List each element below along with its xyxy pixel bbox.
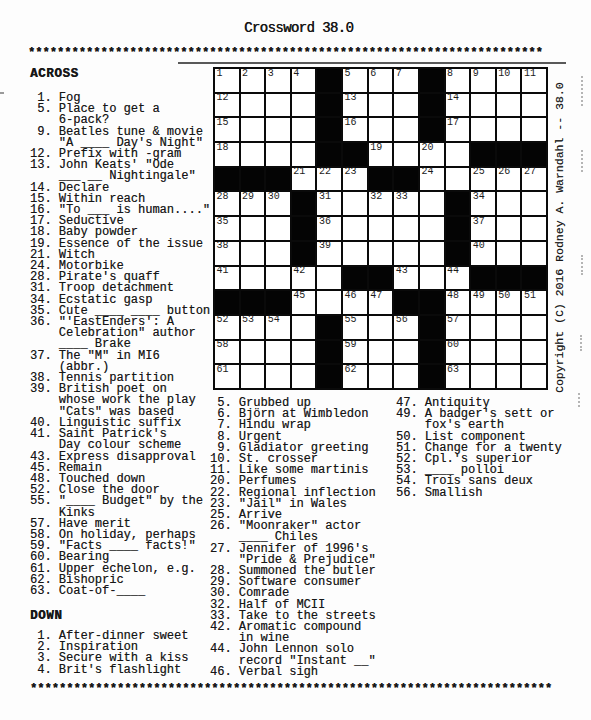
cell-number: 23 <box>345 167 357 177</box>
cell-number: 60 <box>447 340 459 350</box>
white-cell: 56 <box>394 316 418 339</box>
cell-number: 58 <box>217 340 229 350</box>
cell-number: 42 <box>293 266 305 276</box>
white-cell <box>266 242 290 265</box>
scan-artifact <box>581 255 583 275</box>
cell-number: 32 <box>370 192 382 202</box>
cell-number: 45 <box>293 291 305 301</box>
white-cell <box>394 217 418 240</box>
white-cell: 10 <box>497 69 521 92</box>
white-cell <box>497 316 521 339</box>
cell-number: 6 <box>370 69 376 79</box>
cell-number: 2 <box>242 69 248 79</box>
black-cell <box>266 168 290 191</box>
black-cell <box>215 291 239 314</box>
cell-number: 61 <box>217 365 229 375</box>
white-cell: 37 <box>471 217 495 240</box>
black-cell <box>522 143 546 166</box>
white-cell <box>420 242 444 265</box>
white-cell: 46 <box>343 291 367 314</box>
white-cell <box>241 341 265 364</box>
black-cell <box>343 143 367 166</box>
black-cell <box>446 192 470 215</box>
black-cell <box>317 316 341 339</box>
white-cell <box>522 341 546 364</box>
black-cell <box>369 168 393 191</box>
cell-number: 56 <box>396 315 408 325</box>
cell-number: 53 <box>242 315 254 325</box>
black-cell <box>420 316 444 339</box>
black-cell <box>522 267 546 290</box>
white-cell <box>522 118 546 141</box>
white-cell: 19 <box>369 143 393 166</box>
white-cell: 54 <box>266 316 290 339</box>
clue-line: 4. Brit's flashlight <box>30 665 188 676</box>
black-cell <box>317 143 341 166</box>
white-cell <box>241 267 265 290</box>
white-cell <box>266 341 290 364</box>
white-cell: 57 <box>446 316 470 339</box>
white-cell <box>522 316 546 339</box>
white-cell: 59 <box>343 341 367 364</box>
cell-number: 21 <box>293 167 305 177</box>
white-cell <box>394 365 418 388</box>
cell-number: 19 <box>370 143 382 153</box>
cell-number: 25 <box>473 167 485 177</box>
cell-number: 26 <box>498 167 510 177</box>
white-cell: 1 <box>215 69 239 92</box>
white-cell: 34 <box>471 192 495 215</box>
white-cell: 30 <box>266 192 290 215</box>
white-cell: 29 <box>241 192 265 215</box>
white-cell: 62 <box>343 365 367 388</box>
white-cell <box>317 291 341 314</box>
cell-number: 63 <box>447 365 459 375</box>
white-cell <box>241 217 265 240</box>
white-cell: 14 <box>446 94 470 117</box>
cell-number: 28 <box>217 192 229 202</box>
white-cell: 60 <box>446 341 470 364</box>
white-cell: 16 <box>343 118 367 141</box>
white-cell <box>369 242 393 265</box>
white-cell: 8 <box>446 69 470 92</box>
cell-number: 36 <box>319 217 331 227</box>
clue-line: 63. Coat-of-____ <box>30 586 210 597</box>
cell-number: 7 <box>396 69 402 79</box>
white-cell: 2 <box>241 69 265 92</box>
cell-number: 15 <box>217 118 229 128</box>
black-cell <box>292 217 316 240</box>
black-cell <box>317 94 341 117</box>
white-cell: 43 <box>394 267 418 290</box>
white-cell <box>471 341 495 364</box>
cell-number: 27 <box>524 167 536 177</box>
white-cell <box>497 365 521 388</box>
white-cell: 11 <box>522 69 546 92</box>
cell-number: 48 <box>447 291 459 301</box>
cell-number: 16 <box>345 118 357 128</box>
scan-artifact <box>580 335 582 351</box>
top-asterisk-rule: ****************************************… <box>28 46 543 60</box>
white-cell <box>394 341 418 364</box>
cell-number: 10 <box>498 69 510 79</box>
black-cell <box>497 143 521 166</box>
white-cell <box>497 118 521 141</box>
white-cell: 39 <box>317 242 341 265</box>
black-cell <box>420 365 444 388</box>
white-cell: 22 <box>317 168 341 191</box>
cell-number: 31 <box>319 192 331 202</box>
cell-number: 33 <box>396 192 408 202</box>
white-cell: 17 <box>446 118 470 141</box>
white-cell <box>497 192 521 215</box>
white-cell: 24 <box>420 168 444 191</box>
cell-number: 38 <box>217 241 229 251</box>
white-cell: 45 <box>292 291 316 314</box>
white-cell <box>369 217 393 240</box>
white-cell <box>420 267 444 290</box>
cell-number: 47 <box>370 291 382 301</box>
black-cell <box>369 267 393 290</box>
white-cell <box>369 365 393 388</box>
white-cell <box>266 143 290 166</box>
black-cell <box>317 365 341 388</box>
white-cell: 41 <box>215 267 239 290</box>
white-cell <box>241 118 265 141</box>
white-cell: 5 <box>343 69 367 92</box>
white-cell <box>241 143 265 166</box>
cell-number: 12 <box>217 93 229 103</box>
down-heading: DOWN <box>30 609 62 623</box>
white-cell: 13 <box>343 94 367 117</box>
cell-number: 40 <box>473 241 485 251</box>
white-cell <box>241 94 265 117</box>
white-cell: 6 <box>369 69 393 92</box>
white-cell <box>471 365 495 388</box>
crossword-grid: 1234567891011121314151617181920212223242… <box>213 67 548 390</box>
white-cell: 44 <box>446 267 470 290</box>
black-cell <box>317 118 341 141</box>
cell-number: 46 <box>345 291 357 301</box>
cell-number: 51 <box>524 291 536 301</box>
white-cell <box>522 217 546 240</box>
white-cell <box>522 365 546 388</box>
cell-number: 54 <box>268 315 280 325</box>
black-cell <box>420 69 444 92</box>
white-cell <box>266 118 290 141</box>
black-cell <box>471 267 495 290</box>
white-cell: 48 <box>446 291 470 314</box>
white-cell: 23 <box>343 168 367 191</box>
black-cell <box>394 291 418 314</box>
black-cell <box>420 118 444 141</box>
white-cell: 47 <box>369 291 393 314</box>
white-cell: 3 <box>266 69 290 92</box>
white-cell <box>522 94 546 117</box>
white-cell <box>343 192 367 215</box>
black-cell <box>292 192 316 215</box>
white-cell: 55 <box>343 316 367 339</box>
black-cell <box>420 341 444 364</box>
cell-number: 59 <box>345 340 357 350</box>
white-cell: 7 <box>394 69 418 92</box>
white-cell <box>266 94 290 117</box>
cell-number: 24 <box>421 167 433 177</box>
cell-number: 5 <box>345 69 351 79</box>
white-cell <box>292 118 316 141</box>
white-cell <box>446 143 470 166</box>
black-cell <box>446 217 470 240</box>
white-cell <box>522 192 546 215</box>
cell-number: 17 <box>447 118 459 128</box>
white-cell <box>317 267 341 290</box>
white-cell: 61 <box>215 365 239 388</box>
cell-number: 52 <box>217 315 229 325</box>
white-cell: 53 <box>241 316 265 339</box>
black-cell <box>215 168 239 191</box>
white-cell <box>420 217 444 240</box>
white-cell <box>266 217 290 240</box>
white-cell <box>266 267 290 290</box>
white-cell: 21 <box>292 168 316 191</box>
white-cell <box>446 168 470 191</box>
white-cell <box>241 365 265 388</box>
black-cell <box>420 94 444 117</box>
white-cell: 20 <box>420 143 444 166</box>
cell-number: 3 <box>268 69 274 79</box>
cell-number: 11 <box>524 69 536 79</box>
white-cell <box>292 94 316 117</box>
white-cell: 63 <box>446 365 470 388</box>
black-cell <box>471 143 495 166</box>
down-clue-list-middle: 5. Grubbed up 6. Björn at Wimbledon 7. H… <box>210 398 376 678</box>
white-cell <box>369 94 393 117</box>
cell-number: 41 <box>217 266 229 276</box>
white-cell: 12 <box>215 94 239 117</box>
black-cell <box>241 291 265 314</box>
cell-number: 49 <box>473 291 485 301</box>
cell-number: 37 <box>473 217 485 227</box>
cell-number: 30 <box>268 192 280 202</box>
white-cell <box>497 341 521 364</box>
white-cell: 26 <box>497 168 521 191</box>
white-cell: 25 <box>471 168 495 191</box>
white-cell <box>343 242 367 265</box>
cell-number: 4 <box>293 69 299 79</box>
scan-artifact <box>581 150 583 172</box>
white-cell: 40 <box>471 242 495 265</box>
white-cell <box>497 217 521 240</box>
clue-line: 56. Smallish <box>396 488 562 499</box>
cell-number: 8 <box>447 69 453 79</box>
white-cell <box>369 341 393 364</box>
white-cell <box>394 242 418 265</box>
across-clue-list: 1. Fog 5. Place to get a 6-pack? 9. Beat… <box>30 93 210 597</box>
white-cell <box>266 365 290 388</box>
black-cell <box>343 267 367 290</box>
white-cell <box>471 316 495 339</box>
white-cell <box>369 118 393 141</box>
cell-number: 29 <box>242 192 254 202</box>
white-cell <box>471 118 495 141</box>
cell-number: 44 <box>447 266 459 276</box>
cell-number: 34 <box>473 192 485 202</box>
cell-number: 43 <box>396 266 408 276</box>
black-cell <box>292 242 316 265</box>
black-cell <box>420 291 444 314</box>
white-cell: 38 <box>215 242 239 265</box>
black-cell <box>317 69 341 92</box>
white-cell <box>497 94 521 117</box>
copyright-text: Copyright (C) 2016 Rodney A. Warndahl --… <box>553 69 567 393</box>
black-cell <box>241 168 265 191</box>
white-cell: 32 <box>369 192 393 215</box>
white-cell: 35 <box>215 217 239 240</box>
white-cell: 27 <box>522 168 546 191</box>
white-cell: 31 <box>317 192 341 215</box>
white-cell: 49 <box>471 291 495 314</box>
cell-number: 62 <box>345 365 357 375</box>
white-cell: 50 <box>497 291 521 314</box>
cell-number: 50 <box>498 291 510 301</box>
cell-number: 13 <box>345 93 357 103</box>
black-cell <box>497 267 521 290</box>
black-cell <box>266 291 290 314</box>
black-cell <box>446 242 470 265</box>
white-cell: 9 <box>471 69 495 92</box>
white-cell <box>471 94 495 117</box>
white-cell <box>394 118 418 141</box>
white-cell: 51 <box>522 291 546 314</box>
white-cell <box>292 316 316 339</box>
scan-artifact <box>581 76 583 106</box>
cell-number: 1 <box>217 69 223 79</box>
white-cell <box>343 217 367 240</box>
scan-artifact <box>0 92 4 94</box>
white-cell <box>394 94 418 117</box>
white-cell <box>522 242 546 265</box>
white-cell: 58 <box>215 341 239 364</box>
white-cell <box>369 316 393 339</box>
white-cell <box>292 143 316 166</box>
white-cell: 4 <box>292 69 316 92</box>
page-title: Crossword 38.0 <box>244 20 353 36</box>
cell-number: 14 <box>447 93 459 103</box>
white-cell <box>292 365 316 388</box>
cell-number: 55 <box>345 315 357 325</box>
across-heading: ACROSS <box>30 67 79 81</box>
cell-number: 9 <box>473 69 479 79</box>
white-cell: 15 <box>215 118 239 141</box>
down-clue-list-left: 1. After-dinner sweet 2. Inspiration 3. … <box>30 631 188 676</box>
down-clue-list-right: 47. Antiquity49. A badger's sett or fox'… <box>396 398 562 499</box>
cell-number: 35 <box>217 217 229 227</box>
bottom-asterisk-rule: ****************************************… <box>30 682 552 696</box>
white-cell <box>241 242 265 265</box>
cell-number: 57 <box>447 315 459 325</box>
scan-rule-line <box>178 62 566 64</box>
white-cell <box>420 192 444 215</box>
cell-number: 22 <box>319 167 331 177</box>
white-cell <box>497 242 521 265</box>
cell-number: 39 <box>319 241 331 251</box>
white-cell: 36 <box>317 217 341 240</box>
black-cell <box>317 341 341 364</box>
scan-artifact <box>578 393 580 407</box>
white-cell: 42 <box>292 267 316 290</box>
white-cell: 18 <box>215 143 239 166</box>
cell-number: 18 <box>217 143 229 153</box>
white-cell <box>394 143 418 166</box>
white-cell: 52 <box>215 316 239 339</box>
black-cell <box>394 168 418 191</box>
cell-number: 20 <box>421 143 433 153</box>
white-cell: 28 <box>215 192 239 215</box>
clue-line: 46. Verbal sigh <box>210 667 376 678</box>
white-cell <box>292 341 316 364</box>
white-cell: 33 <box>394 192 418 215</box>
